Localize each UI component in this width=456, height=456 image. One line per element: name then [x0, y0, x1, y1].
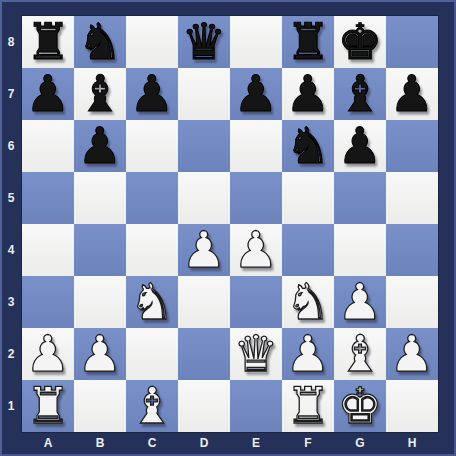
rank-label-8: 8: [0, 16, 22, 68]
square-h8[interactable]: [386, 16, 438, 68]
black-bishop[interactable]: ♝: [74, 68, 126, 120]
square-h6[interactable]: [386, 120, 438, 172]
white-bishop[interactable]: ♝: [126, 380, 178, 432]
square-h2[interactable]: ♟: [386, 328, 438, 380]
square-b5[interactable]: [74, 172, 126, 224]
white-knight[interactable]: ♞: [282, 276, 334, 328]
square-c8[interactable]: [126, 16, 178, 68]
square-d3[interactable]: [178, 276, 230, 328]
white-pawn[interactable]: ♟: [22, 328, 74, 380]
rank-label-6: 6: [0, 120, 22, 172]
file-label-h: H: [386, 432, 438, 454]
square-c6[interactable]: [126, 120, 178, 172]
file-label-d: D: [178, 432, 230, 454]
white-king[interactable]: ♚: [334, 380, 386, 432]
square-a2[interactable]: ♟: [22, 328, 74, 380]
square-d7[interactable]: [178, 68, 230, 120]
square-f5[interactable]: [282, 172, 334, 224]
square-e6[interactable]: [230, 120, 282, 172]
square-g4[interactable]: [334, 224, 386, 276]
square-a7[interactable]: ♟: [22, 68, 74, 120]
black-bishop[interactable]: ♝: [334, 68, 386, 120]
square-h5[interactable]: [386, 172, 438, 224]
square-c5[interactable]: [126, 172, 178, 224]
black-queen[interactable]: ♛: [178, 16, 230, 68]
square-g1[interactable]: ♚: [334, 380, 386, 432]
white-rook[interactable]: ♜: [282, 380, 334, 432]
square-h4[interactable]: [386, 224, 438, 276]
square-c3[interactable]: ♞: [126, 276, 178, 328]
chess-board-frame: ♜♞♛♜♚♟♝♟♟♟♝♟♟♞♟♟♟♞♞♟♟♟♛♟♝♟♜♝♜♚ 87654321 …: [0, 0, 456, 456]
square-f8[interactable]: ♜: [282, 16, 334, 68]
square-c2[interactable]: [126, 328, 178, 380]
square-b8[interactable]: ♞: [74, 16, 126, 68]
square-f2[interactable]: ♟: [282, 328, 334, 380]
square-e5[interactable]: [230, 172, 282, 224]
black-rook[interactable]: ♜: [282, 16, 334, 68]
square-d6[interactable]: [178, 120, 230, 172]
black-pawn[interactable]: ♟: [334, 120, 386, 172]
white-bishop[interactable]: ♝: [334, 328, 386, 380]
square-f4[interactable]: [282, 224, 334, 276]
black-pawn[interactable]: ♟: [126, 68, 178, 120]
rank-label-1: 1: [0, 380, 22, 432]
black-king[interactable]: ♚: [334, 16, 386, 68]
file-label-e: E: [230, 432, 282, 454]
file-label-c: C: [126, 432, 178, 454]
chess-board: ♜♞♛♜♚♟♝♟♟♟♝♟♟♞♟♟♟♞♞♟♟♟♛♟♝♟♜♝♜♚: [22, 16, 438, 432]
black-knight[interactable]: ♞: [282, 120, 334, 172]
square-f3[interactable]: ♞: [282, 276, 334, 328]
file-label-g: G: [334, 432, 386, 454]
square-d5[interactable]: [178, 172, 230, 224]
square-g6[interactable]: ♟: [334, 120, 386, 172]
square-g8[interactable]: ♚: [334, 16, 386, 68]
black-pawn[interactable]: ♟: [74, 120, 126, 172]
black-pawn[interactable]: ♟: [22, 68, 74, 120]
square-b6[interactable]: ♟: [74, 120, 126, 172]
square-f6[interactable]: ♞: [282, 120, 334, 172]
white-pawn[interactable]: ♟: [334, 276, 386, 328]
black-pawn[interactable]: ♟: [230, 68, 282, 120]
square-g7[interactable]: ♝: [334, 68, 386, 120]
file-label-b: B: [74, 432, 126, 454]
square-b7[interactable]: ♝: [74, 68, 126, 120]
square-e7[interactable]: ♟: [230, 68, 282, 120]
square-g3[interactable]: ♟: [334, 276, 386, 328]
square-d4[interactable]: ♟: [178, 224, 230, 276]
square-e3[interactable]: [230, 276, 282, 328]
square-d8[interactable]: ♛: [178, 16, 230, 68]
square-c4[interactable]: [126, 224, 178, 276]
square-c1[interactable]: ♝: [126, 380, 178, 432]
square-e1[interactable]: [230, 380, 282, 432]
white-rook[interactable]: ♜: [22, 380, 74, 432]
square-b1[interactable]: [74, 380, 126, 432]
rank-label-4: 4: [0, 224, 22, 276]
white-pawn[interactable]: ♟: [282, 328, 334, 380]
square-f1[interactable]: ♜: [282, 380, 334, 432]
square-b4[interactable]: [74, 224, 126, 276]
file-label-a: A: [22, 432, 74, 454]
white-queen[interactable]: ♛: [230, 328, 282, 380]
square-g2[interactable]: ♝: [334, 328, 386, 380]
square-a8[interactable]: ♜: [22, 16, 74, 68]
square-a3[interactable]: [22, 276, 74, 328]
square-h7[interactable]: ♟: [386, 68, 438, 120]
square-e2[interactable]: ♛: [230, 328, 282, 380]
rank-label-7: 7: [0, 68, 22, 120]
square-f7[interactable]: ♟: [282, 68, 334, 120]
black-pawn[interactable]: ♟: [386, 68, 438, 120]
square-g5[interactable]: [334, 172, 386, 224]
square-b2[interactable]: ♟: [74, 328, 126, 380]
rank-label-5: 5: [0, 172, 22, 224]
file-label-f: F: [282, 432, 334, 454]
square-a1[interactable]: ♜: [22, 380, 74, 432]
white-pawn[interactable]: ♟: [230, 224, 282, 276]
black-rook[interactable]: ♜: [22, 16, 74, 68]
rank-label-3: 3: [0, 276, 22, 328]
square-h1[interactable]: [386, 380, 438, 432]
black-knight[interactable]: ♞: [74, 16, 126, 68]
black-pawn[interactable]: ♟: [282, 68, 334, 120]
square-a5[interactable]: [22, 172, 74, 224]
white-knight[interactable]: ♞: [126, 276, 178, 328]
square-a4[interactable]: [22, 224, 74, 276]
white-pawn[interactable]: ♟: [178, 224, 230, 276]
rank-label-2: 2: [0, 328, 22, 380]
square-b3[interactable]: [74, 276, 126, 328]
square-c7[interactable]: ♟: [126, 68, 178, 120]
square-e8[interactable]: [230, 16, 282, 68]
square-d2[interactable]: [178, 328, 230, 380]
square-d1[interactable]: [178, 380, 230, 432]
square-h3[interactable]: [386, 276, 438, 328]
white-pawn[interactable]: ♟: [386, 328, 438, 380]
square-e4[interactable]: ♟: [230, 224, 282, 276]
white-pawn[interactable]: ♟: [74, 328, 126, 380]
square-a6[interactable]: [22, 120, 74, 172]
